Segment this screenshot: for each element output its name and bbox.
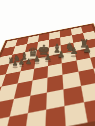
- piece-pawn: ♟: [83, 44, 92, 54]
- piece-pawn: ♟: [18, 59, 24, 66]
- piece-pawn: ♟: [44, 53, 51, 61]
- chess-set-photo: ♜♞♝♛♚♝♞♜♟♟♟♟♟♟♟♟: [0, 0, 95, 126]
- piece-pawn: ♟: [25, 57, 32, 64]
- piece-pawn: ♟: [57, 50, 65, 59]
- piece-pawn: ♟: [70, 47, 78, 56]
- piece-pawn: ♟: [12, 60, 18, 67]
- pieces-layer: ♜♞♝♛♚♝♞♜♟♟♟♟♟♟♟♟: [0, 0, 95, 126]
- piece-pawn: ♟: [34, 56, 41, 64]
